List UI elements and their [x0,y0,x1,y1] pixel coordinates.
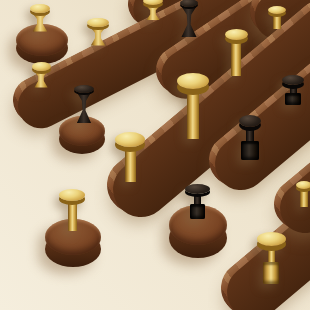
knob-stem [181,7,197,37]
knob-disc-top [143,0,163,5]
knob-rail-f-brass-knob [296,181,310,209]
knob-disc-top [115,132,145,147]
knob-disc-top [87,18,109,27]
knob-rail-c-low-brass-knob [115,132,145,184]
knob-disc-top [225,29,248,40]
knob-rail-a-black-black-knob [180,0,198,39]
knob-rail-d-2-black-knob [282,75,304,107]
product-photo-scene [0,0,310,310]
knob-rail-e-brass-knob [257,232,286,286]
knob-hook-top-left-brass-knob [30,4,50,34]
knob-disc-top [59,189,85,201]
knob-stem [77,93,92,123]
knob-disc-top [185,184,210,194]
knob-base-cylinder [190,204,205,219]
knob-base-cylinder [285,93,301,105]
knob-disc-top [180,0,198,7]
knob-disc-top [268,6,286,14]
knob-stem [273,15,281,29]
knob-rail-c-top-brass-knob [225,29,248,78]
knob-stem [231,42,241,76]
knob-hook-bottom-center-black-knob [185,184,210,221]
knob-rail-a-2-brass-knob [87,18,109,48]
knob-disc-top [282,75,304,85]
knob-rail-d-1-black-knob [239,115,261,162]
knob-disc-top [239,115,261,127]
knob-disc-top [177,73,209,89]
knob-base-cylinder [263,262,279,284]
knob-base-cylinder [241,141,259,160]
knob-disc-top [30,4,50,13]
knob-disc-top [32,62,51,71]
knob-hook-bottom-left-brass-knob [59,189,85,233]
knob-stem [300,190,308,207]
knob-rail-a-1-brass-knob [32,62,51,90]
knob-stem [187,93,199,139]
knob-stem [33,14,48,32]
knob-rail-corner-tr-brass-knob [268,6,286,31]
knob-disc-top [257,232,286,246]
knob-stem [146,6,160,20]
knob-rail-top-cut-brass-knob [143,0,163,22]
knob-stem [125,150,136,182]
knob-disc-top [296,181,310,189]
knob-stem [91,28,106,46]
knob-stem [34,72,48,88]
knob-hook-left-middle-black-knob [74,85,94,125]
knob-rail-c-big-brass-knob [177,73,209,141]
knob-disc-top [74,85,94,93]
knob-stem [68,203,77,231]
